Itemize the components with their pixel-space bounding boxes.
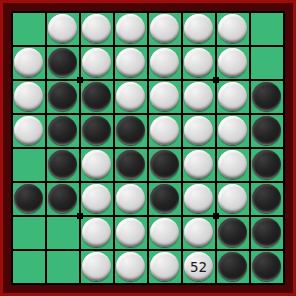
cell-c3[interactable]	[81, 81, 113, 113]
white-disc-d6	[116, 184, 145, 213]
cell-b4[interactable]	[47, 115, 79, 147]
cell-c6[interactable]	[81, 183, 113, 215]
black-disc-b2	[48, 48, 77, 77]
cell-b2[interactable]	[47, 47, 79, 79]
black-disc-d4	[116, 116, 145, 145]
cell-b6[interactable]	[47, 183, 79, 215]
cell-b5[interactable]	[47, 149, 79, 181]
cell-f1[interactable]	[183, 13, 215, 45]
cell-h7[interactable]	[251, 217, 283, 249]
cell-f7[interactable]	[183, 217, 215, 249]
star-point	[213, 77, 219, 83]
white-disc-g2	[218, 48, 247, 77]
othello-board[interactable]: 52	[11, 11, 285, 285]
cell-c8[interactable]	[81, 251, 113, 283]
cell-h8[interactable]	[251, 251, 283, 283]
white-disc-e8	[150, 252, 179, 281]
cell-b1[interactable]	[47, 13, 79, 45]
white-disc-d7	[116, 218, 145, 247]
cell-e6[interactable]	[149, 183, 181, 215]
white-disc-f3	[184, 82, 213, 111]
cell-c1[interactable]	[81, 13, 113, 45]
cell-b3[interactable]	[47, 81, 79, 113]
white-disc-f6	[184, 184, 213, 213]
black-disc-h3	[252, 82, 281, 111]
white-disc-d3	[116, 82, 145, 111]
cell-d1[interactable]	[115, 13, 147, 45]
black-disc-h8	[252, 252, 281, 281]
cell-d3[interactable]	[115, 81, 147, 113]
black-disc-h6	[252, 184, 281, 213]
white-disc-g4	[218, 116, 247, 145]
cell-c4[interactable]	[81, 115, 113, 147]
black-disc-h7	[252, 218, 281, 247]
cell-e1[interactable]	[149, 13, 181, 45]
cell-c5[interactable]	[81, 149, 113, 181]
white-disc-e7	[150, 218, 179, 247]
cell-a7[interactable]	[13, 217, 45, 249]
cell-e4[interactable]	[149, 115, 181, 147]
cell-a5[interactable]	[13, 149, 45, 181]
black-disc-g8	[218, 252, 247, 281]
cell-b8[interactable]	[47, 251, 79, 283]
cell-d8[interactable]	[115, 251, 147, 283]
black-disc-h4	[252, 116, 281, 145]
white-disc-f8: 52	[184, 252, 213, 281]
cell-c2[interactable]	[81, 47, 113, 79]
cell-c7[interactable]	[81, 217, 113, 249]
cell-b7[interactable]	[47, 217, 79, 249]
cell-a2[interactable]	[13, 47, 45, 79]
last-move-number: 52	[190, 260, 207, 274]
white-disc-e1	[150, 14, 179, 43]
cell-d2[interactable]	[115, 47, 147, 79]
cell-a4[interactable]	[13, 115, 45, 147]
white-disc-d8	[116, 252, 145, 281]
cell-f5[interactable]	[183, 149, 215, 181]
cell-h4[interactable]	[251, 115, 283, 147]
white-disc-c2	[82, 48, 111, 77]
cell-g1[interactable]	[217, 13, 249, 45]
black-disc-a6	[14, 184, 43, 213]
cell-f6[interactable]	[183, 183, 215, 215]
cell-e5[interactable]	[149, 149, 181, 181]
white-disc-g5	[218, 150, 247, 179]
cell-g2[interactable]	[217, 47, 249, 79]
black-disc-e5	[150, 150, 179, 179]
cell-g4[interactable]	[217, 115, 249, 147]
cell-g8[interactable]	[217, 251, 249, 283]
white-disc-g6	[218, 184, 247, 213]
black-disc-b3	[48, 82, 77, 111]
cell-h3[interactable]	[251, 81, 283, 113]
white-disc-f4	[184, 116, 213, 145]
board-frame: 52	[0, 0, 296, 296]
cell-h6[interactable]	[251, 183, 283, 215]
black-disc-b4	[48, 116, 77, 145]
white-disc-g3	[218, 82, 247, 111]
star-point	[77, 213, 83, 219]
white-disc-a4	[14, 116, 43, 145]
white-disc-b1	[48, 14, 77, 43]
cell-a8[interactable]	[13, 251, 45, 283]
white-disc-f5	[184, 150, 213, 179]
cell-d5[interactable]	[115, 149, 147, 181]
black-disc-c4	[82, 116, 111, 145]
white-disc-a3	[14, 82, 43, 111]
cell-h1[interactable]	[251, 13, 283, 45]
black-disc-d5	[116, 150, 145, 179]
cell-a3[interactable]	[13, 81, 45, 113]
cell-h5[interactable]	[251, 149, 283, 181]
black-disc-e6	[150, 184, 179, 213]
cell-f3[interactable]	[183, 81, 215, 113]
star-point	[213, 213, 219, 219]
white-disc-e2	[150, 48, 179, 77]
white-disc-c6	[82, 184, 111, 213]
star-point	[77, 77, 83, 83]
cell-g7[interactable]	[217, 217, 249, 249]
cell-g5[interactable]	[217, 149, 249, 181]
white-disc-f7	[184, 218, 213, 247]
cell-d6[interactable]	[115, 183, 147, 215]
white-disc-g1	[218, 14, 247, 43]
black-disc-b6	[48, 184, 77, 213]
cell-e8[interactable]	[149, 251, 181, 283]
white-disc-d1	[116, 14, 145, 43]
white-disc-d2	[116, 48, 145, 77]
cell-e3[interactable]	[149, 81, 181, 113]
black-disc-h5	[252, 150, 281, 179]
cell-a1[interactable]	[13, 13, 45, 45]
cell-f2[interactable]	[183, 47, 215, 79]
white-disc-f1	[184, 14, 213, 43]
white-disc-a2	[14, 48, 43, 77]
cell-e7[interactable]	[149, 217, 181, 249]
cell-d7[interactable]	[115, 217, 147, 249]
white-disc-c5	[82, 150, 111, 179]
white-disc-e4	[150, 116, 179, 145]
white-disc-f2	[184, 48, 213, 77]
cell-g3[interactable]	[217, 81, 249, 113]
cell-h2[interactable]	[251, 47, 283, 79]
black-disc-g7	[218, 218, 247, 247]
white-disc-c1	[82, 14, 111, 43]
cell-f8[interactable]: 52	[183, 251, 215, 283]
cell-e2[interactable]	[149, 47, 181, 79]
cell-f4[interactable]	[183, 115, 215, 147]
white-disc-c8	[82, 252, 111, 281]
black-disc-c3	[82, 82, 111, 111]
cell-g6[interactable]	[217, 183, 249, 215]
white-disc-e3	[150, 82, 179, 111]
cell-a6[interactable]	[13, 183, 45, 215]
cell-d4[interactable]	[115, 115, 147, 147]
white-disc-c7	[82, 218, 111, 247]
black-disc-b5	[48, 150, 77, 179]
